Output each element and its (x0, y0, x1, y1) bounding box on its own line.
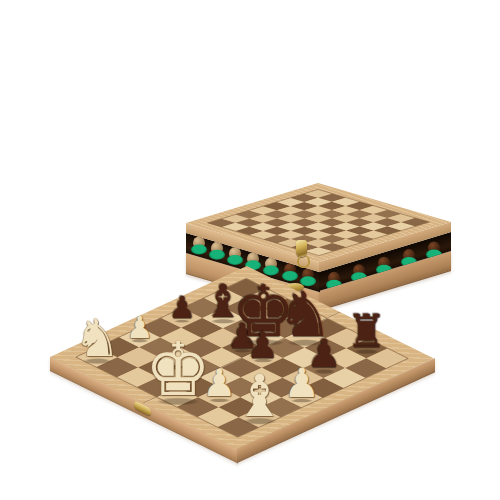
stored-piece-light (263, 258, 279, 276)
stored-piece-light (227, 247, 243, 265)
clasp-hook (297, 255, 310, 268)
brass-clasp-icon (294, 240, 309, 267)
stored-piece-dark (300, 268, 316, 286)
stored-piece-light (209, 242, 225, 260)
stored-piece-light (191, 236, 207, 254)
chess-set-product-photo: ♞♟♟♝♟♚♚♟♞♟♟♜♝♟ (0, 0, 500, 500)
